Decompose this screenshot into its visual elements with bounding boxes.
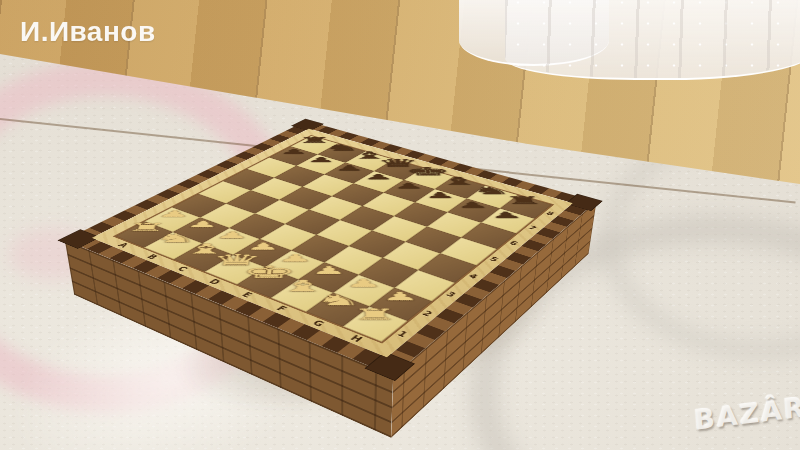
square-e3 (291, 235, 348, 263)
black-pawn-glyph: ♟ (444, 200, 500, 208)
square-e2 (265, 250, 324, 279)
watermark-author: И.Иванов (20, 16, 156, 48)
piece-black-rook-h8[interactable]: ♜ (495, 195, 553, 207)
square-f3 (324, 246, 382, 275)
square-d2 (233, 239, 291, 267)
white-pawn-glyph: ♟ (145, 209, 203, 218)
black-pawn-glyph: ♟ (382, 182, 435, 190)
black-pawn-glyph: ♟ (296, 156, 346, 163)
chess-board: ABCDEFGH12345678 ♜♞♝♛♚♝♞♜♟♟♟♟♟♟♟♟♟♟♟♟♟♟♟… (65, 121, 597, 376)
piece-black-pawn-e7[interactable]: ♟ (382, 182, 436, 191)
square-d3 (260, 224, 317, 250)
black-pawn-glyph: ♟ (269, 148, 319, 155)
black-rook-glyph: ♜ (495, 195, 552, 205)
piece-black-pawn-g7[interactable]: ♟ (444, 200, 501, 210)
board-perspective-wrapper: ABCDEFGH12345678 ♜♞♝♛♚♝♞♜♟♟♟♟♟♟♟♟♟♟♟♟♟♟♟… (88, 8, 598, 448)
piece-black-pawn-f7[interactable]: ♟ (413, 191, 468, 201)
piece-white-pawn-a2[interactable]: ♟ (144, 209, 203, 219)
black-pawn-glyph: ♟ (324, 164, 375, 171)
square-g5 (406, 227, 462, 254)
square-e4 (316, 220, 372, 246)
photo-scene: ABCDEFGH12345678 ♜♞♝♛♚♝♞♜♟♟♟♟♟♟♟♟♟♟♟♟♟♟♟… (0, 0, 800, 450)
black-pawn-glyph: ♟ (413, 191, 468, 199)
square-f4 (349, 231, 406, 258)
piece-black-pawn-h7[interactable]: ♟ (477, 210, 536, 220)
black-pawn-glyph: ♟ (353, 173, 405, 181)
black-pawn-glyph: ♟ (477, 210, 535, 219)
